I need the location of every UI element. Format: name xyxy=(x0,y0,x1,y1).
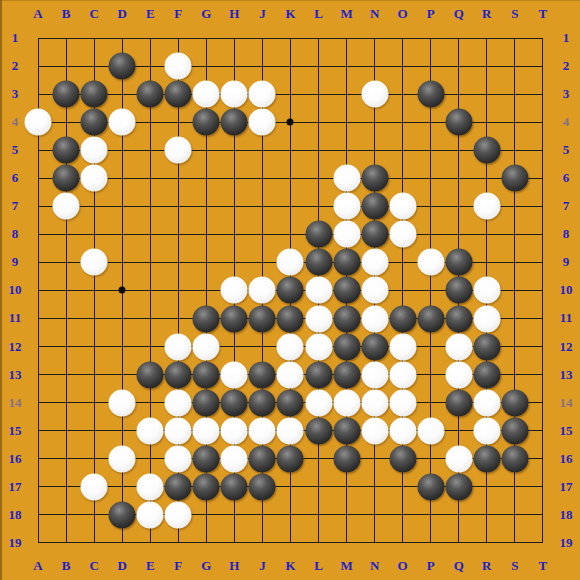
intersection-E14[interactable] xyxy=(136,389,164,417)
intersection-N2[interactable] xyxy=(361,52,389,80)
intersection-Q14[interactable]: ● xyxy=(445,389,473,417)
intersection-D19[interactable] xyxy=(108,529,136,557)
intersection-B4[interactable] xyxy=(52,108,80,136)
intersection-M1[interactable] xyxy=(333,24,361,52)
intersection-B1[interactable] xyxy=(52,24,80,52)
intersection-S5[interactable] xyxy=(501,136,529,164)
intersection-J9[interactable] xyxy=(248,248,276,276)
intersection-H8[interactable] xyxy=(220,220,248,248)
intersection-N15[interactable]: ○ xyxy=(361,417,389,445)
intersection-K6[interactable] xyxy=(276,164,304,192)
intersection-G14[interactable]: ● xyxy=(192,389,220,417)
intersection-L3[interactable] xyxy=(305,80,333,108)
intersection-C4[interactable]: ● xyxy=(80,108,108,136)
intersection-G8[interactable] xyxy=(192,220,220,248)
intersection-T12[interactable] xyxy=(529,333,557,361)
intersection-O13[interactable]: ○ xyxy=(389,361,417,389)
intersection-S4[interactable] xyxy=(501,108,529,136)
intersection-T9[interactable] xyxy=(529,248,557,276)
intersection-K16[interactable]: ● xyxy=(276,445,304,473)
intersection-G11[interactable]: ● xyxy=(192,305,220,333)
intersection-N6[interactable]: ● xyxy=(361,164,389,192)
intersection-A14[interactable] xyxy=(24,389,52,417)
intersection-F1[interactable] xyxy=(164,24,192,52)
intersection-L14[interactable]: ○ xyxy=(305,389,333,417)
intersection-G3[interactable]: ○ xyxy=(192,80,220,108)
intersection-H13[interactable]: ○ xyxy=(220,361,248,389)
intersection-P17[interactable]: ● xyxy=(417,473,445,501)
intersection-A18[interactable] xyxy=(24,501,52,529)
intersection-M19[interactable] xyxy=(333,529,361,557)
intersection-N7[interactable]: ● xyxy=(361,192,389,220)
intersection-N4[interactable] xyxy=(361,108,389,136)
intersection-L11[interactable]: ○ xyxy=(305,305,333,333)
intersection-R3[interactable] xyxy=(473,80,501,108)
intersection-S2[interactable] xyxy=(501,52,529,80)
intersection-N17[interactable] xyxy=(361,473,389,501)
intersection-J14[interactable]: ● xyxy=(248,389,276,417)
intersection-B3[interactable]: ● xyxy=(52,80,80,108)
intersection-E11[interactable] xyxy=(136,305,164,333)
intersection-J17[interactable]: ● xyxy=(248,473,276,501)
intersection-C5[interactable]: ○ xyxy=(80,136,108,164)
intersection-M10[interactable]: ● xyxy=(333,276,361,304)
intersection-E17[interactable]: ○ xyxy=(136,473,164,501)
intersection-H4[interactable]: ● xyxy=(220,108,248,136)
intersection-P13[interactable] xyxy=(417,361,445,389)
intersection-K12[interactable]: ○ xyxy=(276,333,304,361)
intersection-S1[interactable] xyxy=(501,24,529,52)
intersection-Q4[interactable]: ● xyxy=(445,108,473,136)
intersection-Q1[interactable] xyxy=(445,24,473,52)
intersection-E15[interactable]: ○ xyxy=(136,417,164,445)
intersection-F15[interactable]: ○ xyxy=(164,417,192,445)
intersection-H16[interactable]: ○ xyxy=(220,445,248,473)
intersection-E8[interactable] xyxy=(136,220,164,248)
intersection-K10[interactable]: ● xyxy=(276,276,304,304)
intersection-J5[interactable] xyxy=(248,136,276,164)
intersection-O3[interactable] xyxy=(389,80,417,108)
intersection-B13[interactable] xyxy=(52,361,80,389)
intersection-Q10[interactable]: ● xyxy=(445,276,473,304)
intersection-S19[interactable] xyxy=(501,529,529,557)
intersection-M8[interactable]: ○ xyxy=(333,220,361,248)
intersection-J7[interactable] xyxy=(248,192,276,220)
intersection-K2[interactable] xyxy=(276,52,304,80)
intersection-T2[interactable] xyxy=(529,52,557,80)
intersection-R7[interactable]: ○ xyxy=(473,192,501,220)
intersection-B7[interactable]: ○ xyxy=(52,192,80,220)
intersection-H3[interactable]: ○ xyxy=(220,80,248,108)
intersection-B11[interactable] xyxy=(52,305,80,333)
intersection-F13[interactable]: ● xyxy=(164,361,192,389)
intersection-P14[interactable] xyxy=(417,389,445,417)
intersection-J10[interactable]: ○ xyxy=(248,276,276,304)
intersection-O2[interactable] xyxy=(389,52,417,80)
intersection-F16[interactable]: ○ xyxy=(164,445,192,473)
intersection-S12[interactable] xyxy=(501,333,529,361)
intersection-O17[interactable] xyxy=(389,473,417,501)
intersection-E5[interactable] xyxy=(136,136,164,164)
intersection-C2[interactable] xyxy=(80,52,108,80)
intersection-H10[interactable]: ○ xyxy=(220,276,248,304)
intersection-D15[interactable] xyxy=(108,417,136,445)
intersection-O5[interactable] xyxy=(389,136,417,164)
intersection-E2[interactable] xyxy=(136,52,164,80)
intersection-D10[interactable] xyxy=(108,276,136,304)
intersection-R11[interactable]: ○ xyxy=(473,305,501,333)
intersection-C7[interactable] xyxy=(80,192,108,220)
intersection-F9[interactable] xyxy=(164,248,192,276)
intersection-C18[interactable] xyxy=(80,501,108,529)
intersection-L2[interactable] xyxy=(305,52,333,80)
intersection-P5[interactable] xyxy=(417,136,445,164)
intersection-A2[interactable] xyxy=(24,52,52,80)
intersection-D13[interactable] xyxy=(108,361,136,389)
intersection-S18[interactable] xyxy=(501,501,529,529)
intersection-D4[interactable]: ○ xyxy=(108,108,136,136)
intersection-S6[interactable]: ● xyxy=(501,164,529,192)
intersection-J1[interactable] xyxy=(248,24,276,52)
intersection-M7[interactable]: ○ xyxy=(333,192,361,220)
intersection-M11[interactable]: ● xyxy=(333,305,361,333)
intersection-S17[interactable] xyxy=(501,473,529,501)
intersection-P10[interactable] xyxy=(417,276,445,304)
intersection-C10[interactable] xyxy=(80,276,108,304)
intersection-K7[interactable] xyxy=(276,192,304,220)
intersection-F11[interactable] xyxy=(164,305,192,333)
intersection-G2[interactable] xyxy=(192,52,220,80)
intersection-C3[interactable]: ● xyxy=(80,80,108,108)
intersection-G12[interactable]: ○ xyxy=(192,333,220,361)
intersection-A17[interactable] xyxy=(24,473,52,501)
intersection-D5[interactable] xyxy=(108,136,136,164)
intersection-N9[interactable]: ○ xyxy=(361,248,389,276)
intersection-F18[interactable]: ○ xyxy=(164,501,192,529)
intersection-M17[interactable] xyxy=(333,473,361,501)
intersection-A16[interactable] xyxy=(24,445,52,473)
intersection-K11[interactable]: ● xyxy=(276,305,304,333)
intersection-L19[interactable] xyxy=(305,529,333,557)
intersection-P2[interactable] xyxy=(417,52,445,80)
intersection-G13[interactable]: ● xyxy=(192,361,220,389)
intersection-L1[interactable] xyxy=(305,24,333,52)
intersection-E18[interactable]: ○ xyxy=(136,501,164,529)
intersection-N1[interactable] xyxy=(361,24,389,52)
intersection-P7[interactable] xyxy=(417,192,445,220)
intersection-R4[interactable] xyxy=(473,108,501,136)
intersection-L16[interactable] xyxy=(305,445,333,473)
intersection-O16[interactable]: ● xyxy=(389,445,417,473)
intersection-L17[interactable] xyxy=(305,473,333,501)
intersection-J8[interactable] xyxy=(248,220,276,248)
intersection-G5[interactable] xyxy=(192,136,220,164)
intersection-M16[interactable]: ● xyxy=(333,445,361,473)
intersection-F19[interactable] xyxy=(164,529,192,557)
intersection-G10[interactable] xyxy=(192,276,220,304)
intersection-J15[interactable]: ○ xyxy=(248,417,276,445)
intersection-P12[interactable] xyxy=(417,333,445,361)
intersection-T3[interactable] xyxy=(529,80,557,108)
intersection-M13[interactable]: ● xyxy=(333,361,361,389)
intersection-T8[interactable] xyxy=(529,220,557,248)
intersection-O1[interactable] xyxy=(389,24,417,52)
intersection-A1[interactable] xyxy=(24,24,52,52)
intersection-P3[interactable]: ● xyxy=(417,80,445,108)
intersection-S16[interactable]: ● xyxy=(501,445,529,473)
intersection-A7[interactable] xyxy=(24,192,52,220)
intersection-M9[interactable]: ● xyxy=(333,248,361,276)
intersection-G17[interactable]: ● xyxy=(192,473,220,501)
intersection-F10[interactable] xyxy=(164,276,192,304)
intersection-P1[interactable] xyxy=(417,24,445,52)
intersection-E12[interactable] xyxy=(136,333,164,361)
intersection-L7[interactable] xyxy=(305,192,333,220)
intersection-C1[interactable] xyxy=(80,24,108,52)
intersection-B10[interactable] xyxy=(52,276,80,304)
intersection-T13[interactable] xyxy=(529,361,557,389)
intersection-B17[interactable] xyxy=(52,473,80,501)
intersection-N11[interactable]: ○ xyxy=(361,305,389,333)
intersection-B6[interactable]: ● xyxy=(52,164,80,192)
intersection-M6[interactable]: ○ xyxy=(333,164,361,192)
intersection-T19[interactable] xyxy=(529,529,557,557)
intersection-N5[interactable] xyxy=(361,136,389,164)
intersection-F6[interactable] xyxy=(164,164,192,192)
intersection-M12[interactable]: ● xyxy=(333,333,361,361)
intersection-H17[interactable]: ● xyxy=(220,473,248,501)
intersection-K17[interactable] xyxy=(276,473,304,501)
intersection-D11[interactable] xyxy=(108,305,136,333)
intersection-M2[interactable] xyxy=(333,52,361,80)
intersection-A4[interactable]: ○ xyxy=(24,108,52,136)
intersection-D6[interactable] xyxy=(108,164,136,192)
intersection-B12[interactable] xyxy=(52,333,80,361)
intersection-J2[interactable] xyxy=(248,52,276,80)
intersection-L4[interactable] xyxy=(305,108,333,136)
intersection-J12[interactable] xyxy=(248,333,276,361)
intersection-E4[interactable] xyxy=(136,108,164,136)
intersection-L12[interactable]: ○ xyxy=(305,333,333,361)
intersection-T4[interactable] xyxy=(529,108,557,136)
intersection-N14[interactable]: ○ xyxy=(361,389,389,417)
intersection-Q8[interactable] xyxy=(445,220,473,248)
intersection-D17[interactable] xyxy=(108,473,136,501)
intersection-R1[interactable] xyxy=(473,24,501,52)
intersection-S8[interactable] xyxy=(501,220,529,248)
intersection-R9[interactable] xyxy=(473,248,501,276)
intersection-L9[interactable]: ● xyxy=(305,248,333,276)
intersection-J19[interactable] xyxy=(248,529,276,557)
intersection-O10[interactable] xyxy=(389,276,417,304)
intersection-M5[interactable] xyxy=(333,136,361,164)
intersection-G16[interactable]: ● xyxy=(192,445,220,473)
intersection-S13[interactable] xyxy=(501,361,529,389)
intersection-C17[interactable]: ○ xyxy=(80,473,108,501)
intersection-T17[interactable] xyxy=(529,473,557,501)
intersection-R17[interactable] xyxy=(473,473,501,501)
intersection-L6[interactable] xyxy=(305,164,333,192)
intersection-M15[interactable]: ● xyxy=(333,417,361,445)
intersection-H14[interactable]: ● xyxy=(220,389,248,417)
intersection-P6[interactable] xyxy=(417,164,445,192)
intersection-P19[interactable] xyxy=(417,529,445,557)
intersection-O4[interactable] xyxy=(389,108,417,136)
intersection-K3[interactable] xyxy=(276,80,304,108)
intersection-A5[interactable] xyxy=(24,136,52,164)
intersection-R5[interactable]: ● xyxy=(473,136,501,164)
intersection-D7[interactable] xyxy=(108,192,136,220)
intersection-N19[interactable] xyxy=(361,529,389,557)
intersection-L10[interactable]: ○ xyxy=(305,276,333,304)
intersection-K15[interactable]: ○ xyxy=(276,417,304,445)
intersection-L5[interactable] xyxy=(305,136,333,164)
intersection-K4[interactable] xyxy=(276,108,304,136)
intersection-B16[interactable] xyxy=(52,445,80,473)
intersection-N13[interactable]: ○ xyxy=(361,361,389,389)
intersection-Q5[interactable] xyxy=(445,136,473,164)
intersection-H5[interactable] xyxy=(220,136,248,164)
intersection-Q11[interactable]: ● xyxy=(445,305,473,333)
intersection-T18[interactable] xyxy=(529,501,557,529)
intersection-A12[interactable] xyxy=(24,333,52,361)
intersection-D14[interactable]: ○ xyxy=(108,389,136,417)
intersection-Q18[interactable] xyxy=(445,501,473,529)
intersection-G7[interactable] xyxy=(192,192,220,220)
intersection-F4[interactable] xyxy=(164,108,192,136)
intersection-A3[interactable] xyxy=(24,80,52,108)
intersection-H11[interactable]: ● xyxy=(220,305,248,333)
intersection-R6[interactable] xyxy=(473,164,501,192)
intersection-C14[interactable] xyxy=(80,389,108,417)
intersection-H6[interactable] xyxy=(220,164,248,192)
intersection-F17[interactable]: ● xyxy=(164,473,192,501)
intersection-M4[interactable] xyxy=(333,108,361,136)
intersection-O7[interactable]: ○ xyxy=(389,192,417,220)
intersection-S10[interactable] xyxy=(501,276,529,304)
intersection-G1[interactable] xyxy=(192,24,220,52)
intersection-E1[interactable] xyxy=(136,24,164,52)
intersection-D16[interactable]: ○ xyxy=(108,445,136,473)
intersection-C8[interactable] xyxy=(80,220,108,248)
intersection-P4[interactable] xyxy=(417,108,445,136)
intersection-T11[interactable] xyxy=(529,305,557,333)
intersection-Q13[interactable]: ○ xyxy=(445,361,473,389)
intersection-C19[interactable] xyxy=(80,529,108,557)
intersection-E13[interactable]: ● xyxy=(136,361,164,389)
intersection-M14[interactable]: ○ xyxy=(333,389,361,417)
intersection-B5[interactable]: ● xyxy=(52,136,80,164)
intersection-A13[interactable] xyxy=(24,361,52,389)
intersection-Q17[interactable]: ● xyxy=(445,473,473,501)
intersection-B14[interactable] xyxy=(52,389,80,417)
intersection-H18[interactable] xyxy=(220,501,248,529)
intersection-F7[interactable] xyxy=(164,192,192,220)
intersection-G9[interactable] xyxy=(192,248,220,276)
intersection-N18[interactable] xyxy=(361,501,389,529)
intersection-G4[interactable]: ● xyxy=(192,108,220,136)
intersection-D3[interactable] xyxy=(108,80,136,108)
intersection-L8[interactable]: ● xyxy=(305,220,333,248)
intersection-O18[interactable] xyxy=(389,501,417,529)
intersection-R16[interactable]: ● xyxy=(473,445,501,473)
intersection-D18[interactable]: ● xyxy=(108,501,136,529)
intersection-O15[interactable]: ○ xyxy=(389,417,417,445)
intersection-N8[interactable]: ● xyxy=(361,220,389,248)
intersection-J11[interactable]: ● xyxy=(248,305,276,333)
intersection-B8[interactable] xyxy=(52,220,80,248)
intersection-P15[interactable]: ○ xyxy=(417,417,445,445)
intersection-J18[interactable] xyxy=(248,501,276,529)
intersection-J3[interactable]: ○ xyxy=(248,80,276,108)
intersection-M3[interactable] xyxy=(333,80,361,108)
intersection-Q9[interactable]: ● xyxy=(445,248,473,276)
intersection-D1[interactable] xyxy=(108,24,136,52)
intersection-Q2[interactable] xyxy=(445,52,473,80)
intersection-K14[interactable]: ● xyxy=(276,389,304,417)
intersection-N10[interactable]: ○ xyxy=(361,276,389,304)
intersection-H2[interactable] xyxy=(220,52,248,80)
intersection-L15[interactable]: ● xyxy=(305,417,333,445)
intersection-K9[interactable]: ○ xyxy=(276,248,304,276)
intersection-B2[interactable] xyxy=(52,52,80,80)
intersection-T7[interactable] xyxy=(529,192,557,220)
intersection-B18[interactable] xyxy=(52,501,80,529)
intersection-R14[interactable]: ○ xyxy=(473,389,501,417)
intersection-H19[interactable] xyxy=(220,529,248,557)
intersection-B15[interactable] xyxy=(52,417,80,445)
intersection-G19[interactable] xyxy=(192,529,220,557)
intersection-R8[interactable] xyxy=(473,220,501,248)
intersection-R15[interactable]: ○ xyxy=(473,417,501,445)
intersection-D12[interactable] xyxy=(108,333,136,361)
intersection-C16[interactable] xyxy=(80,445,108,473)
intersection-A11[interactable] xyxy=(24,305,52,333)
intersection-K19[interactable] xyxy=(276,529,304,557)
intersection-S3[interactable] xyxy=(501,80,529,108)
intersection-A6[interactable] xyxy=(24,164,52,192)
intersection-T16[interactable] xyxy=(529,445,557,473)
intersection-A8[interactable] xyxy=(24,220,52,248)
intersection-H7[interactable] xyxy=(220,192,248,220)
intersection-J6[interactable] xyxy=(248,164,276,192)
intersection-L13[interactable]: ● xyxy=(305,361,333,389)
intersection-O19[interactable] xyxy=(389,529,417,557)
intersection-J4[interactable]: ○ xyxy=(248,108,276,136)
intersection-S15[interactable]: ● xyxy=(501,417,529,445)
intersection-L18[interactable] xyxy=(305,501,333,529)
intersection-Q12[interactable]: ○ xyxy=(445,333,473,361)
intersection-S14[interactable]: ● xyxy=(501,389,529,417)
intersection-E7[interactable] xyxy=(136,192,164,220)
intersection-P8[interactable] xyxy=(417,220,445,248)
intersection-J13[interactable]: ● xyxy=(248,361,276,389)
intersection-R12[interactable]: ● xyxy=(473,333,501,361)
intersection-Q15[interactable] xyxy=(445,417,473,445)
intersection-K1[interactable] xyxy=(276,24,304,52)
intersection-N12[interactable]: ● xyxy=(361,333,389,361)
intersection-T14[interactable] xyxy=(529,389,557,417)
intersection-S7[interactable] xyxy=(501,192,529,220)
intersection-Q7[interactable] xyxy=(445,192,473,220)
intersection-R2[interactable] xyxy=(473,52,501,80)
intersection-C6[interactable]: ○ xyxy=(80,164,108,192)
intersection-B9[interactable] xyxy=(52,248,80,276)
intersection-P11[interactable]: ● xyxy=(417,305,445,333)
intersection-E16[interactable] xyxy=(136,445,164,473)
intersection-O8[interactable]: ○ xyxy=(389,220,417,248)
intersection-D9[interactable] xyxy=(108,248,136,276)
